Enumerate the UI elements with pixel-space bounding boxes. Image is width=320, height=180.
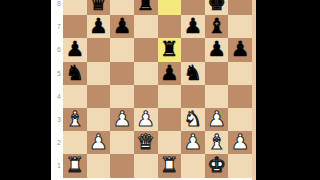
square-a4[interactable] [63, 85, 87, 108]
square-a8[interactable] [63, 0, 87, 15]
square-d2[interactable]: ♛ [134, 131, 158, 154]
square-b8[interactable]: ♛ [87, 0, 111, 15]
square-d5[interactable] [134, 62, 158, 85]
piece-black-queen-b8[interactable]: ♛ [87, 0, 111, 15]
square-e5[interactable]: ♟ [158, 62, 182, 85]
piece-white-pawn-c3[interactable]: ♟ [110, 108, 134, 131]
square-c8[interactable] [110, 0, 134, 15]
square-g6[interactable]: ♟ [205, 38, 229, 61]
square-h8[interactable] [228, 0, 252, 15]
square-b5[interactable] [87, 62, 111, 85]
piece-black-rook-e6[interactable]: ♜ [158, 38, 182, 61]
square-g4[interactable] [205, 85, 229, 108]
square-h3[interactable] [228, 108, 252, 131]
piece-black-pawn-e5[interactable]: ♟ [158, 62, 182, 85]
piece-black-pawn-c7[interactable]: ♟ [110, 15, 134, 38]
piece-white-king-g1[interactable]: ♚ [205, 154, 229, 177]
square-f4[interactable] [181, 85, 205, 108]
square-c2[interactable] [110, 131, 134, 154]
square-g7[interactable]: ♝ [205, 15, 229, 38]
square-b4[interactable] [87, 85, 111, 108]
piece-white-bishop-g2[interactable]: ♝ [205, 131, 229, 154]
piece-black-pawn-b7[interactable]: ♟ [87, 15, 111, 38]
rank-labels: 87654321 [51, 0, 63, 178]
piece-black-knight-a5[interactable]: ♞ [63, 62, 87, 85]
square-e4[interactable] [158, 85, 182, 108]
square-d3[interactable]: ♟ [134, 108, 158, 131]
square-e3[interactable] [158, 108, 182, 131]
square-a2[interactable] [63, 131, 87, 154]
square-b1[interactable] [87, 154, 111, 177]
square-d6[interactable] [134, 38, 158, 61]
square-e1[interactable]: ♜ [158, 154, 182, 177]
square-f1[interactable] [181, 154, 205, 177]
piece-white-pawn-b2[interactable]: ♟ [87, 131, 111, 154]
chess-board: ♛♜♚♟♟♟♝♟♜♟♟♞♟♞♝♟♟♞♟♟♛♟♝♟♜♜♚ [63, 0, 252, 178]
rank-label-8: 8 [51, 0, 63, 15]
square-d1[interactable] [134, 154, 158, 177]
square-c6[interactable] [110, 38, 134, 61]
piece-black-king-g8[interactable]: ♚ [205, 0, 229, 15]
piece-black-pawn-h6[interactable]: ♟ [228, 38, 252, 61]
square-e8[interactable] [158, 0, 182, 15]
rank-label-4: 4 [51, 85, 63, 108]
square-b2[interactable]: ♟ [87, 131, 111, 154]
square-a3[interactable]: ♝ [63, 108, 87, 131]
square-h1[interactable] [228, 154, 252, 177]
letterbox-left [0, 0, 51, 180]
piece-white-pawn-g3[interactable]: ♟ [205, 108, 229, 131]
square-b7[interactable]: ♟ [87, 15, 111, 38]
square-e2[interactable] [158, 131, 182, 154]
square-c4[interactable] [110, 85, 134, 108]
square-f8[interactable] [181, 0, 205, 15]
rank-label-6: 6 [51, 38, 63, 61]
square-d8[interactable]: ♜ [134, 0, 158, 15]
square-f7[interactable]: ♟ [181, 15, 205, 38]
piece-white-knight-f3[interactable]: ♞ [181, 108, 205, 131]
rank-label-5: 5 [51, 62, 63, 85]
square-f2[interactable]: ♟ [181, 131, 205, 154]
square-h5[interactable] [228, 62, 252, 85]
square-h6[interactable]: ♟ [228, 38, 252, 61]
chess-app-stage: 87654321 ♛♜♚♟♟♟♝♟♜♟♟♞♟♞♝♟♟♞♟♟♛♟♝♟♜♜♚ [0, 0, 320, 180]
square-b3[interactable] [87, 108, 111, 131]
square-d7[interactable] [134, 15, 158, 38]
piece-white-pawn-f2[interactable]: ♟ [181, 131, 205, 154]
square-g5[interactable] [205, 62, 229, 85]
square-c1[interactable] [110, 154, 134, 177]
rank-label-1: 1 [51, 154, 63, 177]
piece-white-pawn-d3[interactable]: ♟ [134, 108, 158, 131]
square-e7[interactable] [158, 15, 182, 38]
square-f6[interactable] [181, 38, 205, 61]
piece-black-pawn-a6[interactable]: ♟ [63, 38, 87, 61]
piece-black-bishop-g7[interactable]: ♝ [205, 15, 229, 38]
rank-label-7: 7 [51, 15, 63, 38]
square-a6[interactable]: ♟ [63, 38, 87, 61]
piece-black-pawn-g6[interactable]: ♟ [205, 38, 229, 61]
piece-white-pawn-h2[interactable]: ♟ [228, 131, 252, 154]
square-h2[interactable]: ♟ [228, 131, 252, 154]
piece-white-queen-d2[interactable]: ♛ [134, 131, 158, 154]
square-c3[interactable]: ♟ [110, 108, 134, 131]
square-g1[interactable]: ♚ [205, 154, 229, 177]
square-d4[interactable] [134, 85, 158, 108]
letterbox-right [256, 0, 320, 180]
square-g8[interactable]: ♚ [205, 0, 229, 15]
square-f3[interactable]: ♞ [181, 108, 205, 131]
piece-white-rook-a1[interactable]: ♜ [63, 154, 87, 177]
square-a7[interactable] [63, 15, 87, 38]
board-right-edge [252, 0, 256, 180]
square-a5[interactable]: ♞ [63, 62, 87, 85]
piece-white-rook-e1[interactable]: ♜ [158, 154, 182, 177]
square-g2[interactable]: ♝ [205, 131, 229, 154]
square-b6[interactable] [87, 38, 111, 61]
piece-black-rook-d8[interactable]: ♜ [134, 0, 158, 15]
square-c7[interactable]: ♟ [110, 15, 134, 38]
square-h4[interactable] [228, 85, 252, 108]
square-e6[interactable]: ♜ [158, 38, 182, 61]
board-bottom-edge [51, 178, 256, 180]
piece-black-knight-f5[interactable]: ♞ [181, 62, 205, 85]
piece-white-bishop-a3[interactable]: ♝ [63, 108, 87, 131]
square-a1[interactable]: ♜ [63, 154, 87, 177]
square-g3[interactable]: ♟ [205, 108, 229, 131]
rank-label-2: 2 [51, 131, 63, 154]
piece-black-pawn-f7[interactable]: ♟ [181, 15, 205, 38]
rank-label-3: 3 [51, 108, 63, 131]
square-f5[interactable]: ♞ [181, 62, 205, 85]
square-h7[interactable] [228, 15, 252, 38]
square-c5[interactable] [110, 62, 134, 85]
